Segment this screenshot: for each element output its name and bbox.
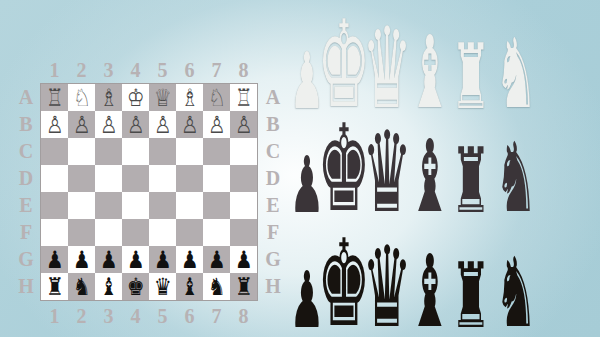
column-label-7: 7 (203, 56, 230, 84)
square-D1 (41, 165, 68, 192)
piece-wP: ♙ (73, 113, 91, 137)
piece-wR: ♖ (235, 86, 253, 110)
square-H1: ♜ (41, 273, 68, 300)
square-H7: ♞ (203, 273, 230, 300)
square-F6 (176, 219, 203, 246)
square-A4: ♔ (122, 84, 149, 111)
square-G1: ♟ (41, 246, 68, 273)
square-B4: ♙ (122, 111, 149, 138)
column-label-6: 6 (176, 56, 203, 84)
row-label-G: G (12, 246, 40, 273)
square-C7 (203, 138, 230, 165)
white-pieces-row-rook: ♜ (451, 43, 491, 111)
square-H8: ♜ (230, 273, 257, 300)
square-G5: ♟ (149, 246, 176, 273)
square-A1: ♖ (41, 84, 68, 111)
piece-wB: ♗ (181, 86, 199, 110)
piece-bR: ♜ (46, 275, 64, 299)
square-B8: ♙ (230, 111, 257, 138)
square-A7: ♘ (203, 84, 230, 111)
piece-wP: ♙ (235, 113, 253, 137)
square-B3: ♙ (95, 111, 122, 138)
square-H6: ♝ (176, 273, 203, 300)
square-F1 (41, 219, 68, 246)
square-G8: ♟ (230, 246, 257, 273)
column-label-2: 2 (68, 56, 95, 84)
square-E2 (68, 192, 95, 219)
column-label-1: 1 (41, 56, 68, 84)
square-C2 (68, 138, 95, 165)
column-label-5: 5 (149, 56, 176, 84)
column-label-4: 4 (122, 56, 149, 84)
charcoal-pieces-row-rook: ♜ (451, 147, 491, 215)
white-pieces-row-queen: ♛ (362, 26, 412, 110)
square-H3: ♝ (95, 273, 122, 300)
piece-wN: ♘ (73, 86, 91, 110)
square-D7 (203, 165, 230, 192)
column-label-2: 2 (68, 302, 95, 330)
piece-bP: ♟ (127, 248, 145, 272)
piece-bN: ♞ (73, 275, 91, 299)
square-F2 (68, 219, 95, 246)
board-row-labels-right: ABCDEFGH (259, 84, 287, 300)
piece-bP: ♟ (100, 248, 118, 272)
square-F3 (95, 219, 122, 246)
piece-bP: ♟ (154, 248, 172, 272)
square-B2: ♙ (68, 111, 95, 138)
column-label-8: 8 (230, 56, 257, 84)
square-H2: ♞ (68, 273, 95, 300)
square-C5 (149, 138, 176, 165)
row-label-B: B (259, 111, 287, 138)
charcoal-pieces-row-knight: ♞ (494, 142, 537, 214)
row-label-F: F (259, 219, 287, 246)
square-D6 (176, 165, 203, 192)
square-G3: ♟ (95, 246, 122, 273)
row-label-H: H (259, 273, 287, 300)
square-D2 (68, 165, 95, 192)
square-B1: ♙ (41, 111, 68, 138)
square-C8 (230, 138, 257, 165)
square-G6: ♟ (176, 246, 203, 273)
charcoal-pieces-row-bishop: ♝ (408, 139, 453, 214)
piece-bP: ♟ (235, 248, 253, 272)
chess-board: ♖♘♗♔♕♗♘♖♙♙♙♙♙♙♙♙♟♟♟♟♟♟♟♟♜♞♝♚♛♝♞♜ (41, 84, 257, 300)
piece-bP: ♟ (208, 248, 226, 272)
piece-wP: ♙ (181, 113, 199, 137)
chess-illustration: 12345678 12345678 ABCDEFGH ABCDEFGH ♖♘♗♔… (0, 0, 600, 337)
piece-wP: ♙ (46, 113, 64, 137)
square-A8: ♖ (230, 84, 257, 111)
square-E4 (122, 192, 149, 219)
square-E3 (95, 192, 122, 219)
square-G7: ♟ (203, 246, 230, 273)
piece-wQ: ♕ (154, 86, 172, 110)
white-pieces-row-knight: ♞ (494, 38, 537, 110)
board-column-labels-top: 12345678 (41, 56, 257, 84)
black-pieces-row-bishop: ♝ (408, 254, 453, 329)
row-label-B: B (12, 111, 40, 138)
square-C1 (41, 138, 68, 165)
piece-wR: ♖ (46, 86, 64, 110)
board-row-labels-left: ABCDEFGH (12, 84, 40, 300)
board-column-labels-bottom: 12345678 (41, 302, 257, 330)
column-label-7: 7 (203, 302, 230, 330)
black-pieces-row-rook: ♜ (451, 262, 491, 330)
piece-bK: ♚ (127, 275, 145, 299)
row-label-D: D (259, 165, 287, 192)
square-H4: ♚ (122, 273, 149, 300)
square-D4 (122, 165, 149, 192)
column-label-3: 3 (95, 302, 122, 330)
square-A2: ♘ (68, 84, 95, 111)
column-label-8: 8 (230, 302, 257, 330)
row-label-C: C (259, 138, 287, 165)
column-label-4: 4 (122, 302, 149, 330)
square-F5 (149, 219, 176, 246)
black-pieces-row-knight: ♞ (494, 257, 537, 329)
charcoal-pieces-row-queen: ♛ (362, 130, 412, 214)
row-label-H: H (12, 273, 40, 300)
piece-bP: ♟ (73, 248, 91, 272)
row-label-A: A (259, 84, 287, 111)
row-label-E: E (12, 192, 40, 219)
piece-wP: ♙ (208, 113, 226, 137)
row-label-G: G (259, 246, 287, 273)
square-D8 (230, 165, 257, 192)
piece-wP: ♙ (127, 113, 145, 137)
square-H5: ♛ (149, 273, 176, 300)
column-label-1: 1 (41, 302, 68, 330)
square-E7 (203, 192, 230, 219)
square-F4 (122, 219, 149, 246)
square-D3 (95, 165, 122, 192)
square-G4: ♟ (122, 246, 149, 273)
square-F8 (230, 219, 257, 246)
piece-bQ: ♛ (154, 275, 172, 299)
piece-wN: ♘ (208, 86, 226, 110)
piece-bP: ♟ (46, 248, 64, 272)
column-label-5: 5 (149, 302, 176, 330)
square-C6 (176, 138, 203, 165)
square-F7 (203, 219, 230, 246)
square-D5 (149, 165, 176, 192)
column-label-6: 6 (176, 302, 203, 330)
square-A3: ♗ (95, 84, 122, 111)
square-B6: ♙ (176, 111, 203, 138)
white-pieces-row-bishop: ♝ (408, 35, 453, 110)
piece-bB: ♝ (100, 275, 118, 299)
piece-bR: ♜ (235, 275, 253, 299)
row-label-C: C (12, 138, 40, 165)
square-C3 (95, 138, 122, 165)
square-B5: ♙ (149, 111, 176, 138)
piece-wB: ♗ (100, 86, 118, 110)
square-E1 (41, 192, 68, 219)
piece-wP: ♙ (100, 113, 118, 137)
square-A5: ♕ (149, 84, 176, 111)
square-E8 (230, 192, 257, 219)
row-label-D: D (12, 165, 40, 192)
square-E5 (149, 192, 176, 219)
square-A6: ♗ (176, 84, 203, 111)
black-pieces-row-queen: ♛ (362, 245, 412, 329)
piece-bP: ♟ (181, 248, 199, 272)
row-label-A: A (12, 84, 40, 111)
piece-wK: ♔ (127, 86, 145, 110)
piece-bB: ♝ (181, 275, 199, 299)
column-label-3: 3 (95, 56, 122, 84)
square-B7: ♙ (203, 111, 230, 138)
row-label-E: E (259, 192, 287, 219)
square-G2: ♟ (68, 246, 95, 273)
piece-bN: ♞ (208, 275, 226, 299)
piece-wP: ♙ (154, 113, 172, 137)
row-label-F: F (12, 219, 40, 246)
square-E6 (176, 192, 203, 219)
square-C4 (122, 138, 149, 165)
